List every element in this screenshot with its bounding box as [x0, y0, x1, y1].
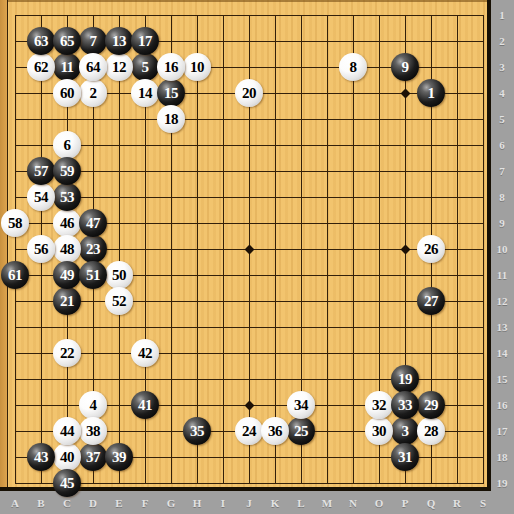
white-stone-b10: 56 [27, 235, 55, 263]
column-label-r: R [449, 497, 465, 509]
move-number: 51 [86, 268, 100, 283]
column-label-d: D [85, 497, 101, 509]
black-stone-c19: 45 [53, 469, 81, 497]
column-label-a: A [7, 497, 23, 509]
black-stone-c2: 65 [53, 27, 81, 55]
move-number: 16 [164, 60, 178, 75]
board-edge-right [487, 0, 491, 491]
column-label-h: H [189, 497, 205, 509]
move-number: 44 [60, 424, 74, 439]
move-number: 46 [60, 216, 74, 231]
move-number: 1 [428, 86, 435, 101]
white-stone-e3: 12 [105, 53, 133, 81]
black-stone-b7: 57 [27, 157, 55, 185]
black-stone-c7: 59 [53, 157, 81, 185]
white-stone-b8: 54 [27, 183, 55, 211]
move-number: 21 [60, 294, 74, 309]
black-stone-a11: 61 [1, 261, 29, 289]
row-label-4: 4 [492, 87, 512, 99]
column-label-s: S [475, 497, 491, 509]
column-label-n: N [345, 497, 361, 509]
move-number: 47 [86, 216, 100, 231]
move-number: 54 [34, 190, 48, 205]
move-number: 56 [34, 242, 48, 257]
row-label-10: 10 [492, 243, 512, 255]
move-number: 27 [424, 294, 438, 309]
row-label-2: 2 [492, 35, 512, 47]
white-stone-f4: 14 [131, 79, 159, 107]
black-stone-d2: 7 [79, 27, 107, 55]
move-number: 32 [372, 398, 386, 413]
move-number: 45 [60, 476, 74, 491]
white-stone-e12: 52 [105, 287, 133, 315]
move-number: 53 [60, 190, 74, 205]
white-stone-j17: 24 [235, 417, 263, 445]
white-stone-b3: 62 [27, 53, 55, 81]
white-stone-l16: 34 [287, 391, 315, 419]
white-stone-k17: 36 [261, 417, 289, 445]
move-number: 38 [86, 424, 100, 439]
black-stone-c12: 21 [53, 287, 81, 315]
white-stone-o17: 30 [365, 417, 393, 445]
column-label-f: F [137, 497, 153, 509]
move-number: 4 [90, 398, 97, 413]
white-stone-d16: 4 [79, 391, 107, 419]
column-label-l: L [293, 497, 309, 509]
move-number: 33 [398, 398, 412, 413]
black-stone-l17: 25 [287, 417, 315, 445]
move-number: 57 [34, 164, 48, 179]
black-stone-h17: 35 [183, 417, 211, 445]
move-number: 18 [164, 112, 178, 127]
white-stone-c6: 6 [53, 131, 81, 159]
white-stone-d17: 38 [79, 417, 107, 445]
move-number: 35 [190, 424, 204, 439]
black-stone-d11: 51 [79, 261, 107, 289]
move-number: 8 [350, 60, 357, 75]
move-number: 43 [34, 450, 48, 465]
black-stone-d18: 37 [79, 443, 107, 471]
black-stone-p18: 31 [391, 443, 419, 471]
row-label-5: 5 [492, 113, 512, 125]
move-number: 20 [242, 86, 256, 101]
move-number: 11 [60, 60, 73, 75]
move-number: 6 [64, 138, 71, 153]
move-number: 41 [138, 398, 152, 413]
move-number: 9 [402, 60, 409, 75]
black-stone-e18: 39 [105, 443, 133, 471]
column-label-q: Q [423, 497, 439, 509]
row-label-19: 19 [492, 477, 512, 489]
row-label-16: 16 [492, 399, 512, 411]
black-stone-c8: 53 [53, 183, 81, 211]
move-number: 3 [402, 424, 409, 439]
move-number: 39 [112, 450, 126, 465]
row-label-13: 13 [492, 321, 512, 333]
white-stone-e11: 50 [105, 261, 133, 289]
move-number: 15 [164, 86, 178, 101]
row-label-12: 12 [492, 295, 512, 307]
move-number: 31 [398, 450, 412, 465]
black-stone-f3: 5 [131, 53, 159, 81]
black-stone-q16: 29 [417, 391, 445, 419]
white-stone-c10: 48 [53, 235, 81, 263]
move-number: 26 [424, 242, 438, 257]
move-number: 60 [60, 86, 74, 101]
move-number: 14 [138, 86, 152, 101]
move-number: 19 [398, 372, 412, 387]
black-stone-p15: 19 [391, 365, 419, 393]
white-stone-j4: 20 [235, 79, 263, 107]
move-number: 22 [60, 346, 74, 361]
move-number: 30 [372, 424, 386, 439]
column-label-m: M [319, 497, 335, 509]
move-number: 37 [86, 450, 100, 465]
black-stone-p17: 3 [391, 417, 419, 445]
row-label-3: 3 [492, 61, 512, 73]
black-stone-b2: 63 [27, 27, 55, 55]
black-stone-q4: 1 [417, 79, 445, 107]
move-number: 62 [34, 60, 48, 75]
move-number: 25 [294, 424, 308, 439]
board-edge-top [0, 0, 491, 2]
move-number: 10 [190, 60, 204, 75]
move-number: 48 [60, 242, 74, 257]
white-stone-c14: 22 [53, 339, 81, 367]
black-stone-g4: 15 [157, 79, 185, 107]
white-stone-f14: 42 [131, 339, 159, 367]
row-label-14: 14 [492, 347, 512, 359]
move-number: 64 [86, 60, 100, 75]
column-label-c: C [59, 497, 75, 509]
black-stone-b18: 43 [27, 443, 55, 471]
white-stone-g3: 16 [157, 53, 185, 81]
black-stone-p3: 9 [391, 53, 419, 81]
black-stone-d10: 23 [79, 235, 107, 263]
move-number: 36 [268, 424, 282, 439]
column-label-p: P [397, 497, 413, 509]
move-number: 52 [112, 294, 126, 309]
white-stone-c17: 44 [53, 417, 81, 445]
move-number: 34 [294, 398, 308, 413]
move-number: 13 [112, 34, 126, 49]
move-number: 58 [8, 216, 22, 231]
move-number: 17 [138, 34, 152, 49]
move-number: 50 [112, 268, 126, 283]
row-label-7: 7 [492, 165, 512, 177]
column-label-j: J [241, 497, 257, 509]
column-label-k: K [267, 497, 283, 509]
move-number: 65 [60, 34, 74, 49]
white-stone-a9: 58 [1, 209, 29, 237]
black-stone-f16: 41 [131, 391, 159, 419]
white-stone-q10: 26 [417, 235, 445, 263]
white-stone-q17: 28 [417, 417, 445, 445]
row-label-9: 9 [492, 217, 512, 229]
move-number: 23 [86, 242, 100, 257]
move-number: 24 [242, 424, 256, 439]
white-stone-h3: 10 [183, 53, 211, 81]
move-number: 61 [8, 268, 22, 283]
black-stone-d9: 47 [79, 209, 107, 237]
black-stone-c3: 11 [53, 53, 81, 81]
row-label-6: 6 [492, 139, 512, 151]
move-number: 42 [138, 346, 152, 361]
row-label-1: 1 [492, 9, 512, 21]
move-number: 49 [60, 268, 74, 283]
white-stone-g5: 18 [157, 105, 185, 133]
black-stone-c11: 49 [53, 261, 81, 289]
black-stone-p16: 33 [391, 391, 419, 419]
go-board-viewer: 1234567891011121314151617181920212223242… [0, 0, 514, 514]
white-stone-o16: 32 [365, 391, 393, 419]
move-number: 28 [424, 424, 438, 439]
move-number: 12 [112, 60, 126, 75]
white-stone-c9: 46 [53, 209, 81, 237]
move-number: 63 [34, 34, 48, 49]
move-number: 7 [90, 34, 97, 49]
white-stone-n3: 8 [339, 53, 367, 81]
column-label-g: G [163, 497, 179, 509]
black-stone-e2: 13 [105, 27, 133, 55]
white-stone-d3: 64 [79, 53, 107, 81]
board-edge-left [0, 0, 8, 491]
white-stone-d4: 2 [79, 79, 107, 107]
move-number: 5 [142, 60, 149, 75]
move-number: 59 [60, 164, 74, 179]
move-number: 29 [424, 398, 438, 413]
white-stone-c4: 60 [53, 79, 81, 107]
row-label-11: 11 [492, 269, 512, 281]
column-label-b: B [33, 497, 49, 509]
row-label-18: 18 [492, 451, 512, 463]
white-stone-c18: 40 [53, 443, 81, 471]
column-label-e: E [111, 497, 127, 509]
column-label-o: O [371, 497, 387, 509]
move-number: 40 [60, 450, 74, 465]
row-label-17: 17 [492, 425, 512, 437]
move-number: 2 [90, 86, 97, 101]
black-stone-q12: 27 [417, 287, 445, 315]
row-label-8: 8 [492, 191, 512, 203]
column-label-i: I [215, 497, 231, 509]
black-stone-f2: 17 [131, 27, 159, 55]
row-label-15: 15 [492, 373, 512, 385]
